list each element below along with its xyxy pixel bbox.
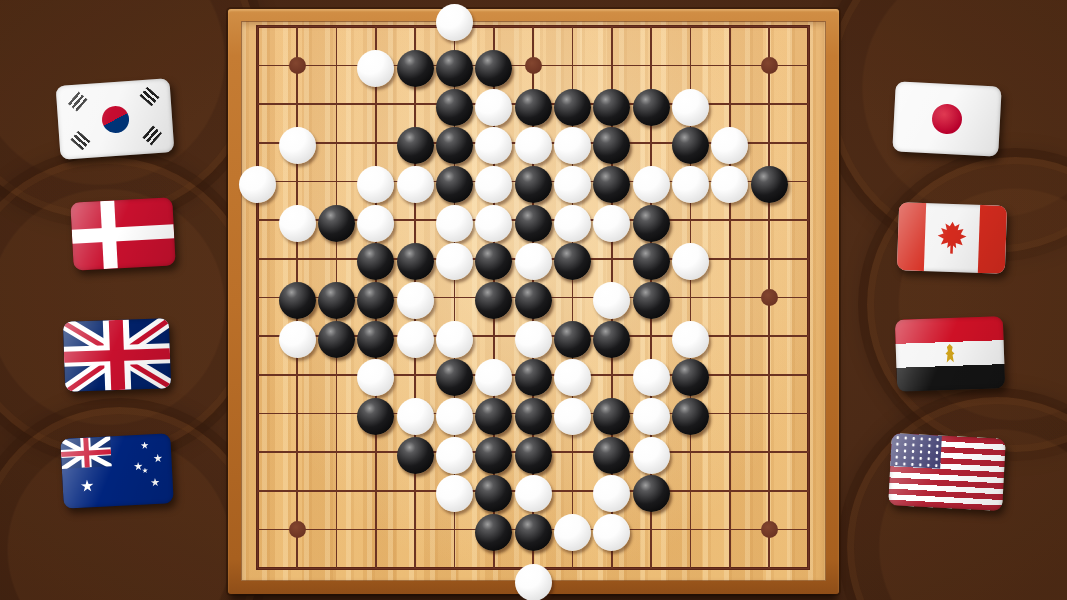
stone-black xyxy=(515,89,552,126)
flag-gloss xyxy=(56,78,175,160)
stone-white xyxy=(436,398,473,435)
stone-white xyxy=(593,205,630,242)
stone-white xyxy=(633,398,670,435)
star-point xyxy=(761,521,778,538)
stone-black xyxy=(515,398,552,435)
star-point xyxy=(761,57,778,74)
stone-black xyxy=(318,282,355,319)
stone-white xyxy=(436,4,473,41)
stone-white xyxy=(397,321,434,358)
stone-white xyxy=(515,475,552,512)
stone-black xyxy=(751,166,788,203)
flag-usa-icon[interactable] xyxy=(888,433,1006,511)
star-point xyxy=(761,289,778,306)
star-point xyxy=(289,521,306,538)
stone-white xyxy=(279,205,316,242)
stone-white xyxy=(357,50,394,87)
stone-black xyxy=(672,127,709,164)
stone-black xyxy=(357,282,394,319)
stone-white xyxy=(554,398,591,435)
stone-black xyxy=(633,89,670,126)
stone-white xyxy=(475,205,512,242)
flag-canada-icon[interactable] xyxy=(897,202,1007,274)
stone-black xyxy=(397,437,434,474)
stone-black xyxy=(515,282,552,319)
stone-white xyxy=(436,243,473,280)
stone-white xyxy=(397,166,434,203)
flag-gloss xyxy=(63,318,171,392)
stone-white xyxy=(515,243,552,280)
stone-black xyxy=(554,89,591,126)
stone-white xyxy=(436,205,473,242)
stone-black xyxy=(515,514,552,551)
stone-black xyxy=(593,437,630,474)
stone-black xyxy=(593,321,630,358)
board-grid[interactable] xyxy=(258,27,809,569)
stone-white xyxy=(475,166,512,203)
stone-white xyxy=(515,564,552,600)
grid-line xyxy=(258,26,809,28)
stone-black xyxy=(475,437,512,474)
stone-white xyxy=(279,127,316,164)
stone-white xyxy=(633,437,670,474)
flag-australia-icon[interactable] xyxy=(60,433,174,509)
stone-white xyxy=(633,166,670,203)
flag-gloss xyxy=(70,197,175,270)
stone-black xyxy=(633,475,670,512)
stone-white xyxy=(239,166,276,203)
stone-white xyxy=(554,127,591,164)
stone-black xyxy=(515,437,552,474)
stone-black xyxy=(633,205,670,242)
stone-white xyxy=(554,514,591,551)
stone-white xyxy=(554,166,591,203)
flag-japan-icon[interactable] xyxy=(892,81,1002,156)
stone-white xyxy=(515,321,552,358)
stone-white xyxy=(357,205,394,242)
stone-black xyxy=(397,243,434,280)
flag-gloss xyxy=(897,202,1007,274)
stone-black xyxy=(515,166,552,203)
game-background xyxy=(0,0,1067,600)
stone-black xyxy=(318,205,355,242)
stone-white xyxy=(672,166,709,203)
stone-black xyxy=(279,282,316,319)
flag-egypt-icon[interactable] xyxy=(895,316,1005,392)
stone-black xyxy=(515,205,552,242)
flag-gloss xyxy=(60,433,174,509)
stone-black xyxy=(554,321,591,358)
stone-black xyxy=(633,282,670,319)
flag-gloss xyxy=(892,81,1002,156)
stone-white xyxy=(515,127,552,164)
stone-white xyxy=(397,282,434,319)
stone-black xyxy=(672,398,709,435)
stone-white xyxy=(436,321,473,358)
stone-black xyxy=(436,127,473,164)
flag-south-korea-icon[interactable] xyxy=(56,78,175,160)
stone-white xyxy=(672,89,709,126)
stone-white xyxy=(436,437,473,474)
stone-black xyxy=(633,243,670,280)
stone-black xyxy=(397,127,434,164)
stone-white xyxy=(633,359,670,396)
stone-black xyxy=(593,89,630,126)
go-board[interactable] xyxy=(228,9,839,594)
stone-black xyxy=(318,321,355,358)
stone-black xyxy=(397,50,434,87)
stone-black xyxy=(436,89,473,126)
stone-white xyxy=(475,89,512,126)
stone-white xyxy=(672,321,709,358)
stone-black xyxy=(515,359,552,396)
board-surface[interactable] xyxy=(241,21,826,581)
stone-white xyxy=(357,166,394,203)
star-point xyxy=(525,57,542,74)
flag-united-kingdom-icon[interactable] xyxy=(63,318,171,392)
flag-gloss xyxy=(895,316,1005,392)
stone-black xyxy=(475,50,512,87)
star-point xyxy=(289,57,306,74)
stone-black xyxy=(436,50,473,87)
flag-denmark-icon[interactable] xyxy=(70,197,175,270)
stone-white xyxy=(554,205,591,242)
stone-black xyxy=(357,321,394,358)
stone-white xyxy=(279,321,316,358)
stone-white xyxy=(397,398,434,435)
stone-black xyxy=(436,166,473,203)
flag-gloss xyxy=(888,433,1006,511)
stone-black xyxy=(593,166,630,203)
